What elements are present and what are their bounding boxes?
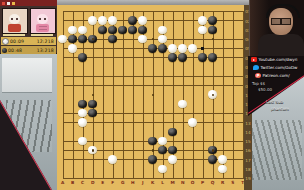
top-supporters-label: Top $$ (252, 81, 265, 86)
black-stone (148, 137, 157, 145)
column-label: H (128, 180, 138, 185)
white-stone (78, 137, 87, 145)
last-sub-name: phantom (271, 106, 289, 111)
white-stone (98, 16, 107, 24)
black-stone (178, 53, 187, 61)
column-label: G (118, 180, 128, 185)
white-stone (198, 26, 207, 34)
column-label: P (198, 180, 208, 185)
black-stone (108, 26, 117, 34)
white-stone (108, 16, 117, 24)
column-label: S (228, 180, 238, 185)
black-timer-row: 00:48 13:218 (1, 46, 56, 54)
black-stone (138, 26, 147, 34)
white-stone (78, 118, 87, 126)
black-player-name (31, 34, 53, 36)
client-logo-icon (2, 2, 5, 5)
black-stone (168, 53, 177, 61)
black-stone (68, 35, 77, 43)
column-label: N (178, 180, 188, 185)
star-point (152, 94, 154, 96)
black-stone (128, 16, 137, 24)
white-stone (188, 118, 197, 126)
snowy-building (2, 58, 52, 92)
column-label: L (158, 180, 168, 185)
column-label: O (188, 180, 198, 185)
white-player-name (3, 34, 25, 36)
white-stone (68, 44, 77, 52)
column-label: A (58, 180, 68, 185)
row-label: 17 (244, 156, 253, 165)
patreon-link-row: P Patreon.com/ (255, 73, 290, 78)
column-label: E (98, 180, 108, 185)
white-stone (138, 16, 147, 24)
black-stone (108, 35, 117, 43)
white-stone (188, 44, 197, 52)
white-stone (168, 44, 177, 52)
black-stone (118, 26, 127, 34)
column-label: Q (208, 180, 218, 185)
column-label: R (218, 180, 228, 185)
black-stone (158, 44, 167, 52)
white-stone (198, 16, 207, 24)
patreon-icon: P (255, 73, 261, 78)
black-stone (78, 35, 87, 43)
black-stone (198, 53, 207, 61)
white-counter: 12:218 (37, 39, 54, 44)
white-stone (138, 35, 147, 43)
column-label: M (168, 180, 178, 185)
black-stone (208, 26, 217, 34)
white-stone (168, 155, 177, 163)
black-stone (98, 26, 107, 34)
column-label: C (78, 180, 88, 185)
row-label: 15 (244, 137, 253, 146)
twitter-link-text: Twitter.com/GoDw (261, 65, 298, 70)
row-label: 16 (244, 146, 253, 155)
white-stone (58, 35, 67, 43)
glasses-left-lens (271, 18, 281, 25)
star-point (212, 149, 214, 151)
last-move-marker (201, 47, 205, 51)
black-stone (88, 109, 97, 117)
youtube-link-row: Youtube.com/dwyri (251, 57, 298, 62)
star-point (92, 149, 94, 151)
black-stone-icon (2, 48, 7, 53)
black-stone (88, 100, 97, 108)
client-settings-icon[interactable] (12, 2, 15, 5)
go-board[interactable]: ABCDEFGHJKLMNOPQRST 01020304050607080910… (57, 0, 252, 190)
last-sub-label: Last Sub (266, 99, 283, 104)
white-timer-row: 00:09 12:218 (1, 37, 56, 45)
column-label: K (148, 180, 158, 185)
white-stone (158, 26, 167, 34)
white-stone (68, 26, 77, 34)
row-label: 13 (244, 119, 253, 128)
youtube-link-text: Youtube.com/dwyri (259, 57, 298, 62)
black-stone (148, 44, 157, 52)
black-stone (78, 53, 87, 61)
glasses-right-lens (281, 18, 291, 25)
white-stone-icon (2, 38, 9, 45)
tree-line-right (252, 120, 302, 180)
black-stone (158, 146, 167, 154)
white-stone (218, 165, 227, 173)
black-time: 00:48 (8, 48, 22, 53)
column-label: D (88, 180, 98, 185)
twitter-icon (253, 65, 259, 70)
star-point (152, 149, 154, 151)
white-time: 00:09 (10, 39, 24, 44)
white-stone (178, 100, 187, 108)
column-label: J (138, 180, 148, 185)
black-stone (128, 26, 137, 34)
avatar-black-player (30, 8, 56, 34)
white-stone (78, 26, 87, 34)
white-stone (78, 109, 87, 117)
black-stone (168, 146, 177, 154)
patreon-link-text: Patreon.com/ (263, 73, 290, 78)
white-stone (218, 155, 227, 163)
black-stone (148, 155, 157, 163)
black-counter: 13:218 (37, 48, 54, 53)
streamer-shoulders (258, 34, 304, 56)
star-point (92, 94, 94, 96)
black-stone (208, 155, 217, 163)
board-title-strip (57, 0, 252, 5)
youtube-icon (251, 57, 257, 62)
top-supporter-amount: $50.00 (258, 87, 272, 92)
white-stone (158, 35, 167, 43)
client-menu-icon[interactable] (7, 2, 10, 5)
avatar-white-player (2, 8, 28, 34)
black-stone (78, 100, 87, 108)
star-point (212, 94, 214, 96)
white-stone (178, 44, 187, 52)
row-label: 14 (244, 128, 253, 137)
black-stone (208, 16, 217, 24)
black-stone (168, 128, 177, 136)
column-label: B (68, 180, 78, 185)
column-label: F (108, 180, 118, 185)
column-labels: ABCDEFGHJKLMNOPQRST (58, 180, 248, 185)
stream-screenshot: ABCDEFGHJKLMNOPQRST 01020304050607080910… (0, 0, 304, 190)
white-stone (108, 155, 117, 163)
black-stone (208, 53, 217, 61)
white-stone (158, 137, 167, 145)
go-client-panel: 00:09 12:218 00:48 13:218 (0, 0, 57, 54)
row-label: 19 (244, 174, 253, 183)
white-stone (88, 16, 97, 24)
row-label: 18 (244, 165, 253, 174)
white-stone (158, 165, 167, 173)
twitter-link-row: Twitter.com/GoDw (253, 65, 297, 70)
